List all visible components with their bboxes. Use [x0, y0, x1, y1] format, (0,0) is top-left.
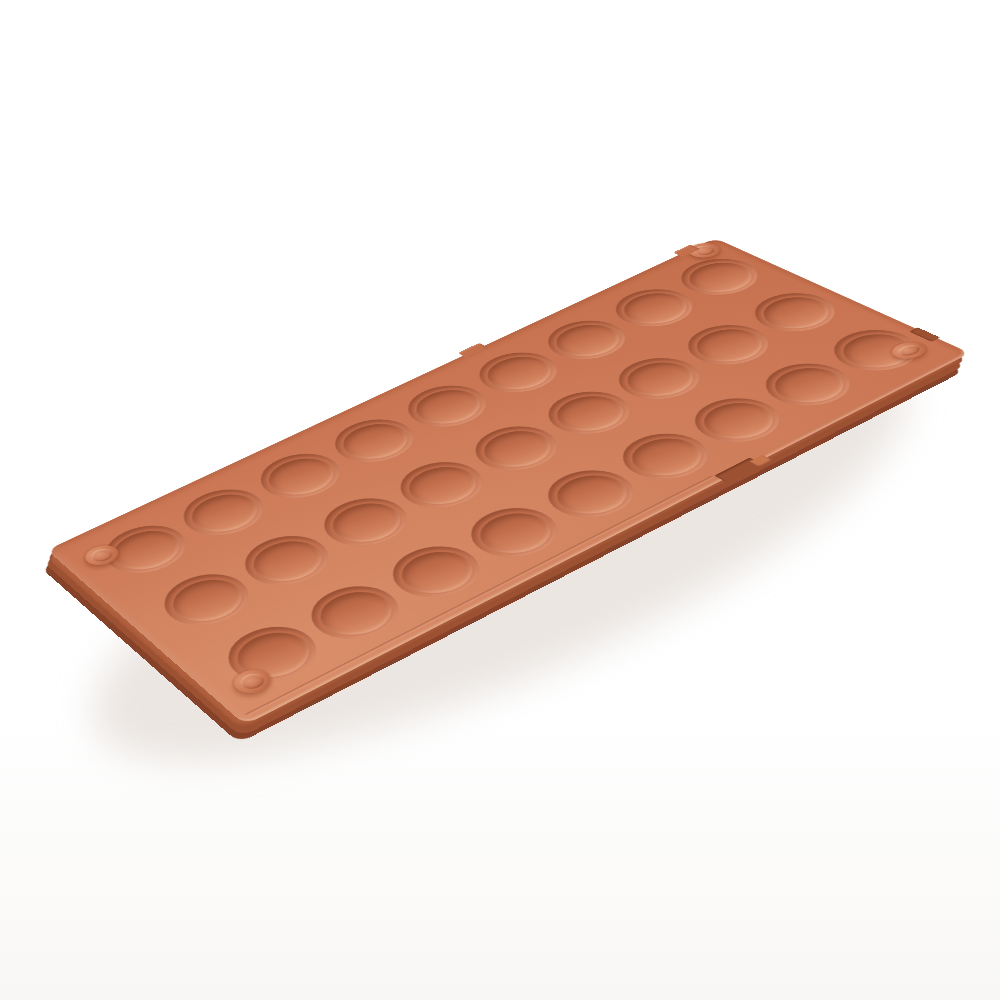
hinge-tab-middle [458, 343, 489, 358]
board-hole [169, 480, 279, 545]
right-end-notch [909, 327, 940, 341]
board-hole [149, 564, 264, 636]
product-photo [0, 0, 1000, 1000]
board-hole [320, 411, 429, 471]
board-hole [308, 489, 423, 556]
hole-grid [47, 238, 715, 550]
board-hole [246, 445, 355, 507]
board-hole [393, 377, 502, 435]
board-hole [229, 526, 344, 595]
